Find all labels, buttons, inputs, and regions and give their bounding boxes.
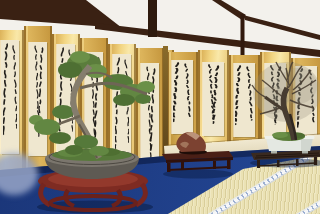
screens-junction-shadow	[163, 46, 168, 158]
folding-screens-right	[167, 0, 320, 158]
calligraphy-paper	[234, 63, 255, 137]
calligraphy-paper	[57, 44, 74, 158]
room-photo: Sunlit Japanese tatami room: gold-leaf f…	[0, 0, 320, 214]
calligraphy-ink	[59, 44, 74, 147]
screen-panel	[52, 34, 80, 184]
calligraphy-paper	[203, 62, 224, 136]
calligraphy-ink	[297, 66, 315, 133]
calligraphy-ink	[235, 63, 253, 130]
calligraphy-ink	[173, 60, 191, 127]
calligraphy-ink	[87, 52, 102, 155]
calligraphy-ink	[204, 62, 222, 129]
calligraphy-paper	[1, 40, 18, 154]
calligraphy-ink	[3, 40, 18, 143]
calligraphy-paper	[85, 52, 102, 166]
calligraphy-paper	[113, 54, 130, 168]
calligraphy-paper	[172, 60, 193, 134]
screen-panel	[167, 52, 198, 152]
screen-panel	[24, 26, 52, 176]
calligraphy-paper	[265, 63, 286, 137]
calligraphy-paper	[29, 42, 46, 156]
calligraphy-ink	[115, 54, 130, 157]
screen-panel	[198, 50, 229, 150]
calligraphy-ink	[143, 63, 158, 166]
calligraphy-paper	[296, 66, 317, 140]
calligraphy-ink	[31, 42, 46, 145]
calligraphy-ink	[266, 63, 284, 130]
